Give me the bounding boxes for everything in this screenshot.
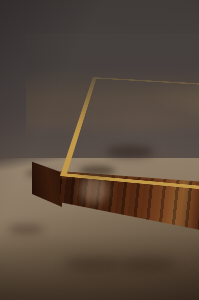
- board-side-left-face: [32, 153, 62, 207]
- king-shadow: [106, 146, 154, 158]
- depth-of-field-haze: [26, 34, 199, 138]
- foreground-pawn-left-shadow: [8, 225, 44, 234]
- foreground-pawn-center-shadow: [64, 257, 122, 271]
- focus-pawn-shadow: [79, 166, 115, 175]
- pawn-reflection-on-side: [80, 177, 108, 203]
- chess-photo-scene: [0, 0, 199, 300]
- foreground-pawn-right-shadow: [118, 257, 176, 271]
